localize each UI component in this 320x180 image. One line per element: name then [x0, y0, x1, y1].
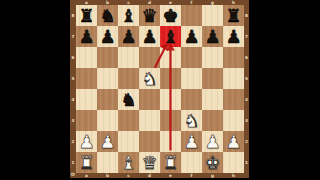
- square-h8[interactable]: ♜: [223, 5, 244, 26]
- square-b8[interactable]: ♞: [97, 5, 118, 26]
- square-c2[interactable]: [118, 131, 139, 152]
- rank-label-1: 1: [244, 152, 249, 173]
- square-f5[interactable]: [181, 68, 202, 89]
- square-f4[interactable]: [181, 89, 202, 110]
- square-f3[interactable]: ♞: [181, 110, 202, 131]
- square-e7[interactable]: ♝: [160, 26, 181, 47]
- piece-black-pawn-f7[interactable]: ♟: [183, 26, 199, 47]
- square-c1[interactable]: ♝: [118, 152, 139, 173]
- piece-black-pawn-g7[interactable]: ♟: [204, 26, 220, 47]
- piece-white-rook-a1[interactable]: ♜: [78, 152, 94, 173]
- square-e8[interactable]: ♚: [160, 5, 181, 26]
- rank-label-2: 2: [244, 131, 249, 152]
- piece-black-rook-h8[interactable]: ♜: [225, 5, 241, 26]
- square-g8[interactable]: [202, 5, 223, 26]
- piece-black-bishop-c8[interactable]: ♝: [120, 5, 136, 26]
- square-h6[interactable]: [223, 47, 244, 68]
- square-c5[interactable]: [118, 68, 139, 89]
- square-d1[interactable]: ♛: [139, 152, 160, 173]
- square-g5[interactable]: [202, 68, 223, 89]
- square-d2[interactable]: [139, 131, 160, 152]
- square-a2[interactable]: ♟: [76, 131, 97, 152]
- square-a6[interactable]: [76, 47, 97, 68]
- piece-white-pawn-f2[interactable]: ♟: [183, 131, 199, 152]
- square-g6[interactable]: [202, 47, 223, 68]
- square-h3[interactable]: [223, 110, 244, 131]
- square-c7[interactable]: ♟: [118, 26, 139, 47]
- square-a3[interactable]: [76, 110, 97, 131]
- file-labels-bottom: abcdefgh: [76, 173, 244, 178]
- piece-white-rook-e1[interactable]: ♜: [162, 152, 178, 173]
- square-h5[interactable]: [223, 68, 244, 89]
- piece-black-bishop-e7[interactable]: ♝: [162, 26, 178, 47]
- square-e2[interactable]: [160, 131, 181, 152]
- square-e3[interactable]: [160, 110, 181, 131]
- piece-black-pawn-a7[interactable]: ♟: [78, 26, 94, 47]
- square-d6[interactable]: [139, 47, 160, 68]
- piece-black-knight-b8[interactable]: ♞: [99, 5, 115, 26]
- square-e6[interactable]: [160, 47, 181, 68]
- square-d3[interactable]: [139, 110, 160, 131]
- square-g1[interactable]: ♚: [202, 152, 223, 173]
- piece-black-pawn-c7[interactable]: ♟: [120, 26, 136, 47]
- piece-black-pawn-h7[interactable]: ♟: [225, 26, 241, 47]
- square-f6[interactable]: [181, 47, 202, 68]
- square-e5[interactable]: [160, 68, 181, 89]
- square-b5[interactable]: [97, 68, 118, 89]
- piece-white-queen-d1[interactable]: ♛: [141, 152, 157, 173]
- square-h7[interactable]: ♟: [223, 26, 244, 47]
- file-label-b: b: [97, 173, 118, 178]
- square-d4[interactable]: [139, 89, 160, 110]
- rank-label-7: 7: [244, 26, 249, 47]
- square-b1[interactable]: [97, 152, 118, 173]
- square-b3[interactable]: [97, 110, 118, 131]
- square-e4[interactable]: [160, 89, 181, 110]
- piece-white-king-g1[interactable]: ♚: [204, 152, 220, 173]
- piece-black-pawn-d7[interactable]: ♟: [141, 26, 157, 47]
- square-c3[interactable]: [118, 110, 139, 131]
- square-f1[interactable]: [181, 152, 202, 173]
- square-e1[interactable]: ♜: [160, 152, 181, 173]
- square-c4[interactable]: ♞: [118, 89, 139, 110]
- rank-label-5: 5: [244, 68, 249, 89]
- square-b2[interactable]: ♟: [97, 131, 118, 152]
- square-g2[interactable]: ♟: [202, 131, 223, 152]
- piece-black-knight-c4[interactable]: ♞: [120, 89, 136, 110]
- piece-black-queen-d8[interactable]: ♛: [141, 5, 157, 26]
- square-f2[interactable]: ♟: [181, 131, 202, 152]
- file-label-g: g: [202, 173, 223, 178]
- square-d7[interactable]: ♟: [139, 26, 160, 47]
- piece-white-pawn-b2[interactable]: ♟: [99, 131, 115, 152]
- file-label-e: e: [160, 173, 181, 178]
- piece-black-pawn-b7[interactable]: ♟: [99, 26, 115, 47]
- square-h1[interactable]: [223, 152, 244, 173]
- file-label-h: h: [223, 173, 244, 178]
- corner-mark: O: [70, 172, 76, 178]
- square-g7[interactable]: ♟: [202, 26, 223, 47]
- square-c6[interactable]: [118, 47, 139, 68]
- rank-label-4: 4: [244, 89, 249, 110]
- rank-label-3: 3: [244, 110, 249, 131]
- board-squares: ♜♞♝♛♚♜♟♟♟♟♝♟♟♟♞♞♞♟♟♟♟♟♜♝♛♜♚: [76, 5, 244, 173]
- square-b7[interactable]: ♟: [97, 26, 118, 47]
- file-label-f: f: [181, 173, 202, 178]
- rank-label-8: 8: [244, 5, 249, 26]
- square-a4[interactable]: [76, 89, 97, 110]
- square-f7[interactable]: ♟: [181, 26, 202, 47]
- piece-black-rook-a8[interactable]: ♜: [78, 5, 94, 26]
- chess-board: abcdefgh abcdefgh 87654321 87654321 ♜♞♝♛…: [70, 0, 249, 178]
- square-h2[interactable]: ♟: [223, 131, 244, 152]
- square-a5[interactable]: [76, 68, 97, 89]
- square-d5[interactable]: ♞: [139, 68, 160, 89]
- square-g3[interactable]: [202, 110, 223, 131]
- video-frame: abcdefgh abcdefgh 87654321 87654321 ♜♞♝♛…: [0, 0, 320, 180]
- piece-black-king-e8[interactable]: ♚: [162, 5, 178, 26]
- square-h4[interactable]: [223, 89, 244, 110]
- piece-white-knight-d5[interactable]: ♞: [141, 68, 157, 89]
- square-a7[interactable]: ♟: [76, 26, 97, 47]
- piece-white-knight-f3[interactable]: ♞: [183, 110, 199, 131]
- square-a1[interactable]: ♜: [76, 152, 97, 173]
- file-label-c: c: [118, 173, 139, 178]
- file-label-a: a: [76, 173, 97, 178]
- piece-white-pawn-h2[interactable]: ♟: [225, 131, 241, 152]
- rank-label-6: 6: [244, 47, 249, 68]
- piece-white-pawn-g2[interactable]: ♟: [204, 131, 220, 152]
- square-g4[interactable]: [202, 89, 223, 110]
- square-b6[interactable]: [97, 47, 118, 68]
- square-d8[interactable]: ♛: [139, 5, 160, 26]
- rank-labels-right: 87654321: [244, 5, 249, 173]
- square-c8[interactable]: ♝: [118, 5, 139, 26]
- file-label-d: d: [139, 173, 160, 178]
- square-b4[interactable]: [97, 89, 118, 110]
- square-a8[interactable]: ♜: [76, 5, 97, 26]
- piece-white-bishop-c1[interactable]: ♝: [120, 152, 136, 173]
- piece-white-pawn-a2[interactable]: ♟: [78, 131, 94, 152]
- square-f8[interactable]: [181, 5, 202, 26]
